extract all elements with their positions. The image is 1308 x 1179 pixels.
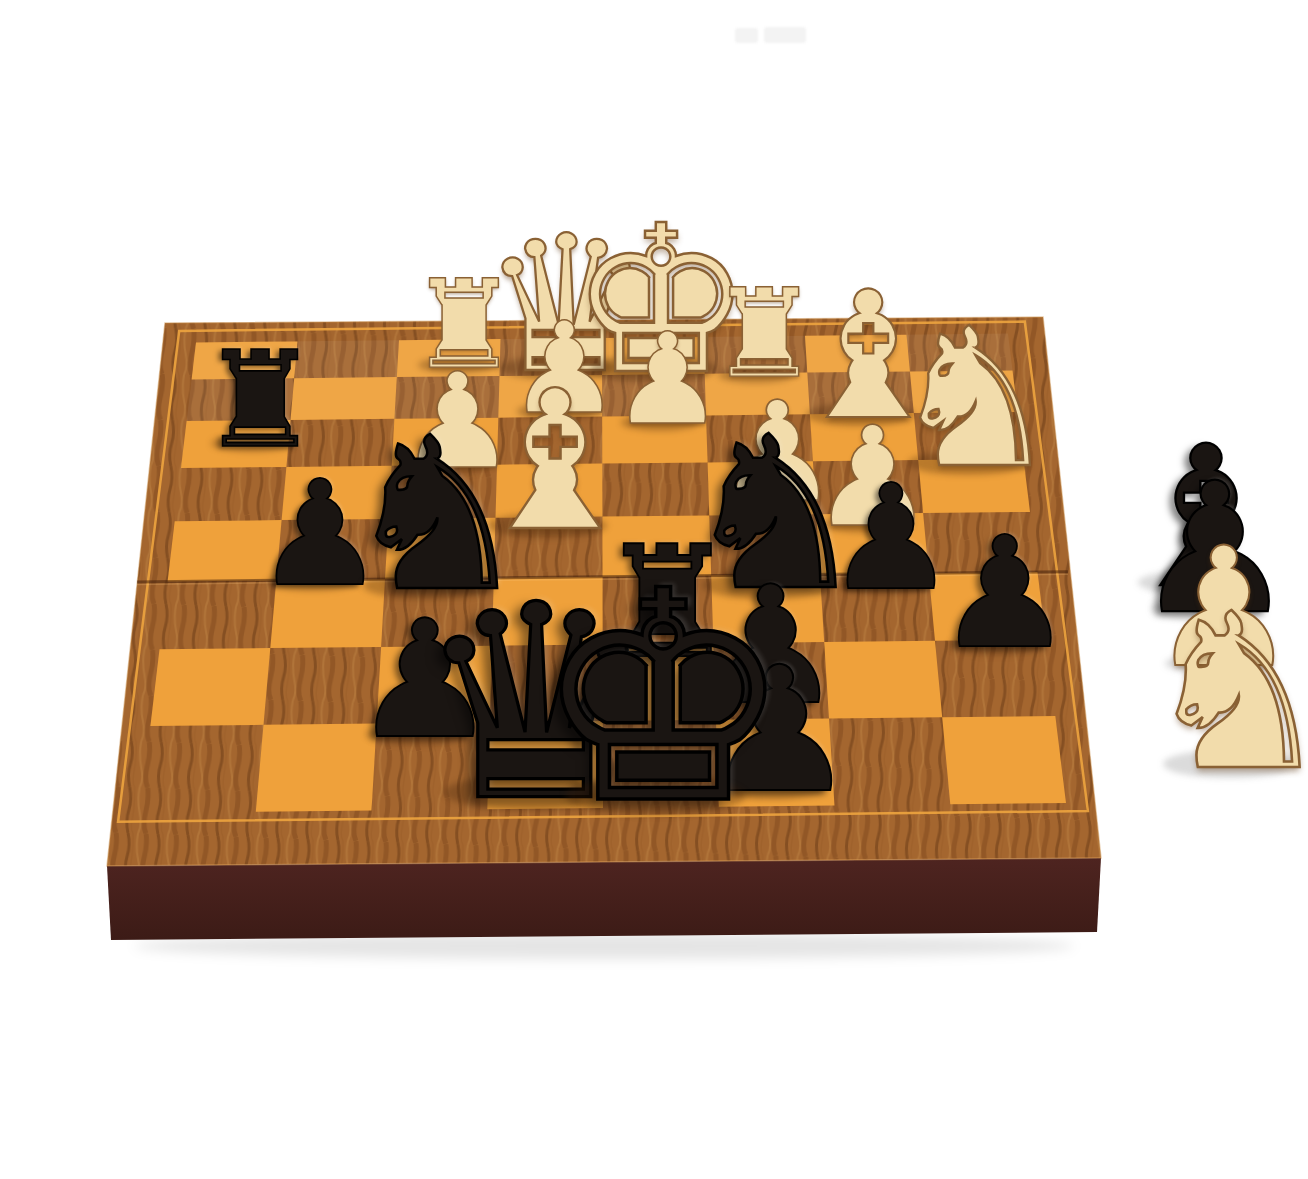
product-photo-scene: ♜♛♚♜♟♝♟♜♞♟♟♟♝♟♝♟♞♞♟♟♜♟♟♟♞♟♛♚ — [0, 0, 1308, 1179]
chess-board — [0, 0, 1308, 1179]
board-front-face — [107, 858, 1101, 940]
